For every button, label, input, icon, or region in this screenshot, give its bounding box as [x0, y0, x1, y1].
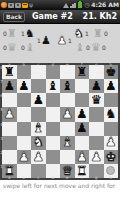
captured-black-pawn-icon: ♟ — [41, 35, 51, 46]
square-e8[interactable] — [60, 65, 75, 79]
square-d5[interactable] — [46, 107, 61, 121]
captured-black-bishop-icon: ♝ — [25, 42, 35, 53]
rank-label-3: 3 — [0, 137, 3, 141]
rank-label-6: 6 — [0, 94, 3, 98]
white-pawn-piece: ♟ — [76, 151, 87, 164]
file-label-top-h: h — [104, 63, 119, 67]
wifi-icon — [63, 3, 69, 8]
black-knight-piece: ♞ — [105, 108, 116, 121]
black-queen-piece: ♛ — [91, 94, 102, 107]
black-pawn-piece: ♟ — [18, 80, 29, 93]
file-label-top-f: f — [75, 63, 90, 67]
page-title: Game #2 — [32, 12, 73, 21]
square-d8[interactable] — [46, 65, 61, 79]
square-c6[interactable]: ♟ — [31, 93, 46, 107]
rank-label-1: 1 — [0, 165, 3, 169]
square-c8[interactable] — [31, 65, 46, 79]
square-d6[interactable] — [46, 93, 61, 107]
square-g8[interactable] — [89, 65, 104, 79]
chess-board-frame: ♜♜♚♟♟♝♝♟♟♟♛♟♟♟♞♝♟♞♝♟♟♟♟♟♚♜♛♜ aabbccddeef… — [0, 63, 120, 180]
file-label-bottom-h: h — [104, 176, 119, 180]
square-f3[interactable] — [75, 136, 90, 150]
status-bar: ψ ◷ 4:26 AM — [0, 0, 120, 10]
square-a5[interactable]: ♟ — [2, 107, 17, 121]
black-pawn-piece: ♟ — [4, 80, 15, 93]
square-b7[interactable]: ♟ — [17, 79, 32, 93]
status-icons-right: ◷ 4:26 AM — [63, 0, 119, 10]
hint-bar: swipe left for next move and right for p… — [0, 180, 120, 200]
square-g5[interactable] — [89, 107, 104, 121]
square-d3[interactable] — [46, 136, 61, 150]
square-g2[interactable]: ♟ — [89, 150, 104, 164]
captured-count-white-bishop: 0 — [86, 45, 90, 51]
black-pawn-piece: ♟ — [33, 94, 44, 107]
square-c2[interactable]: ♟ — [31, 150, 46, 164]
sms-icon — [22, 3, 28, 8]
white-pawn-piece: ♟ — [62, 108, 73, 121]
captured-count-white-rook: 0 — [104, 31, 108, 37]
black-rook-piece: ♜ — [4, 66, 15, 79]
camera-icon — [8, 3, 14, 8]
white-pawn-piece: ♟ — [105, 136, 116, 149]
white-pawn-piece: ♟ — [18, 151, 29, 164]
square-d7[interactable]: ♝ — [46, 79, 61, 93]
rank-label-5: 5 — [0, 108, 3, 112]
white-bishop-piece: ♝ — [33, 122, 44, 135]
rank-label-2: 2 — [0, 151, 3, 155]
captured-count-white-pawn: 1 — [68, 38, 72, 44]
square-h3[interactable]: ♟ — [104, 136, 119, 150]
square-a4[interactable] — [2, 122, 17, 136]
captured-pieces-tray: 0 ♜ 1 ♞ 1 ♟ 0 ♛ 0 ♝ ♟ 1 ♞ 1 ♜ 0 ♝ 0 ♛ 0 — [0, 24, 120, 63]
white-knight-piece: ♞ — [33, 136, 44, 149]
camera-icon-2 — [15, 3, 21, 8]
square-b5[interactable] — [17, 107, 32, 121]
captured-black-rook-icon: ♜ — [7, 28, 17, 39]
captured-white-pawn-icon: ♟ — [57, 35, 67, 46]
black-bishop-piece: ♝ — [47, 80, 58, 93]
white-pawn-piece: ♟ — [33, 151, 44, 164]
white-pawn-piece: ♟ — [4, 108, 15, 121]
chess-board: ♜♜♚♟♟♝♝♟♟♟♛♟♟♟♞♝♟♞♝♟♟♟♟♟♚♜♛♜ — [2, 65, 118, 178]
square-g3[interactable] — [89, 136, 104, 150]
black-bishop-piece: ♝ — [62, 80, 73, 93]
square-b6[interactable] — [17, 93, 32, 107]
square-b8[interactable] — [17, 65, 32, 79]
notification-icon — [1, 2, 7, 8]
square-e5[interactable]: ♟ — [60, 107, 75, 121]
clock-time: 4:26 AM — [91, 0, 119, 10]
white-king-piece: ♚ — [105, 151, 116, 164]
last-move-label: 21. Kh2 — [83, 12, 117, 21]
captured-black-queen-icon: ♛ — [7, 42, 17, 53]
file-label-bottom-b: b — [17, 176, 32, 180]
usb-icon: ψ — [29, 2, 33, 8]
captured-black-knight-icon: ♞ — [25, 28, 35, 39]
square-d2[interactable] — [46, 150, 61, 164]
square-h7[interactable]: ♟ — [104, 79, 119, 93]
black-pawn-piece: ♟ — [91, 80, 102, 93]
file-label-bottom-c: c — [31, 176, 46, 180]
square-a2[interactable] — [2, 150, 17, 164]
back-button[interactable]: Back — [3, 12, 25, 22]
square-b2[interactable]: ♟ — [17, 150, 32, 164]
square-f2[interactable]: ♟ — [75, 150, 90, 164]
black-pawn-piece: ♟ — [105, 80, 116, 93]
rank-label-4: 4 — [0, 123, 3, 127]
file-label-top-c: c — [31, 63, 46, 67]
square-a3[interactable] — [2, 136, 17, 150]
square-h5[interactable]: ♞ — [104, 107, 119, 121]
file-label-bottom-a: a — [2, 176, 17, 180]
square-e3[interactable]: ♝ — [60, 136, 75, 150]
file-label-top-e: e — [60, 63, 75, 67]
status-icons-left: ψ — [1, 2, 33, 8]
captured-count-white-knight: 1 — [85, 31, 89, 37]
file-label-top-g: g — [89, 63, 104, 67]
file-label-bottom-f: f — [75, 176, 90, 180]
white-pawn-piece: ♟ — [91, 151, 102, 164]
file-label-top-d: d — [46, 63, 61, 67]
square-b3[interactable] — [17, 136, 32, 150]
black-pawn-piece: ♟ — [76, 122, 87, 135]
file-label-top-b: b — [17, 63, 32, 67]
alarm-icon: ◷ — [85, 2, 90, 8]
hint-text: swipe left for next move and right for p… — [3, 182, 117, 189]
battery-icon — [77, 1, 83, 9]
signal-icon — [70, 3, 76, 8]
square-h8[interactable]: ♚ — [104, 65, 119, 79]
captured-white-queen-icon: ♛ — [91, 42, 101, 53]
captured-count-white-queen: 0 — [102, 45, 106, 51]
captured-white-rook-icon: ♜ — [93, 28, 103, 39]
square-a8[interactable]: ♜ — [2, 65, 17, 79]
square-d4[interactable] — [46, 122, 61, 136]
rank-label-8: 8 — [0, 66, 3, 70]
white-bishop-piece: ♝ — [62, 136, 73, 149]
square-a7[interactable]: ♟ — [2, 79, 17, 93]
file-label-bottom-e: e — [60, 176, 75, 180]
title-bar: Back Game #2 21. Kh2 — [0, 10, 120, 24]
square-c3[interactable]: ♞ — [31, 136, 46, 150]
square-b4[interactable] — [17, 122, 32, 136]
square-f7[interactable] — [75, 79, 90, 93]
file-label-top-a: a — [2, 63, 17, 67]
square-g4[interactable] — [89, 122, 104, 136]
square-e2[interactable] — [60, 150, 75, 164]
captured-white-bishop-icon: ♝ — [75, 42, 85, 53]
square-e7[interactable]: ♝ — [60, 79, 75, 93]
captured-white-knight-icon: ♞ — [74, 28, 84, 39]
black-king-piece: ♚ — [105, 66, 116, 79]
black-rook-piece: ♜ — [76, 66, 87, 79]
square-f4[interactable]: ♟ — [75, 122, 90, 136]
square-f8[interactable]: ♜ — [75, 65, 90, 79]
file-label-bottom-d: d — [46, 176, 61, 180]
square-h2[interactable]: ♚ — [104, 150, 119, 164]
rank-label-7: 7 — [0, 80, 3, 84]
black-pawn-piece: ♟ — [76, 108, 87, 121]
file-label-bottom-g: g — [89, 176, 104, 180]
square-g6[interactable]: ♛ — [89, 93, 104, 107]
